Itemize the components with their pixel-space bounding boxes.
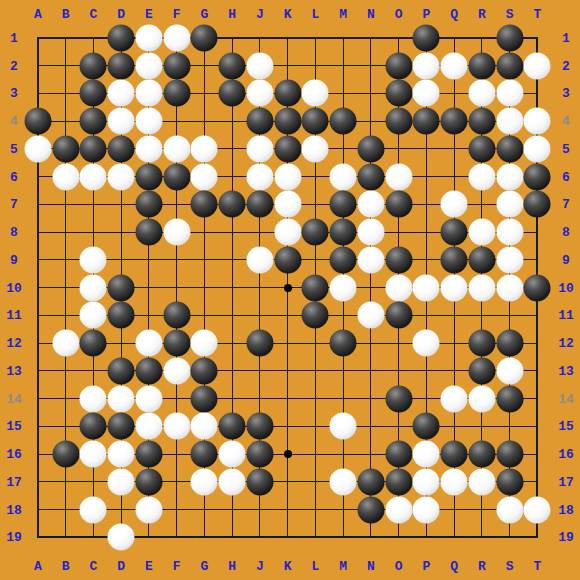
stone-white-R10[interactable] bbox=[468, 274, 495, 301]
stone-black-C2[interactable] bbox=[80, 52, 107, 79]
row-label-left: 2 bbox=[10, 59, 18, 72]
stone-black-H7[interactable] bbox=[219, 191, 246, 218]
stone-black-C4[interactable] bbox=[80, 108, 107, 135]
stone-white-D16[interactable] bbox=[108, 441, 135, 468]
stone-black-M7[interactable] bbox=[330, 191, 357, 218]
star-point-K16 bbox=[284, 450, 292, 458]
stone-white-E1[interactable] bbox=[135, 25, 162, 52]
row-label-right: 19 bbox=[558, 531, 574, 544]
stone-white-B6[interactable] bbox=[52, 163, 79, 190]
stone-white-O6[interactable] bbox=[385, 163, 412, 190]
stone-black-L8[interactable] bbox=[302, 219, 329, 246]
stone-white-L3[interactable] bbox=[302, 80, 329, 107]
stone-black-F12[interactable] bbox=[163, 330, 190, 357]
row-label-left: 7 bbox=[10, 198, 18, 211]
stone-black-F2[interactable] bbox=[163, 52, 190, 79]
stone-white-R3[interactable] bbox=[468, 80, 495, 107]
column-label-top: Q bbox=[450, 8, 458, 21]
stone-white-G5[interactable] bbox=[191, 135, 218, 162]
row-label-right: 18 bbox=[558, 503, 574, 516]
column-label-bottom: P bbox=[423, 560, 431, 573]
row-label-left: 16 bbox=[6, 448, 22, 461]
stone-black-O14[interactable] bbox=[385, 385, 412, 412]
stone-black-O2[interactable] bbox=[385, 52, 412, 79]
stone-white-K7[interactable] bbox=[274, 191, 301, 218]
stone-white-R17[interactable] bbox=[468, 468, 495, 495]
column-label-bottom: T bbox=[533, 560, 541, 573]
column-label-bottom: C bbox=[90, 560, 98, 573]
stone-white-Q14[interactable] bbox=[441, 385, 468, 412]
stone-black-T7[interactable] bbox=[524, 191, 551, 218]
row-label-left: 17 bbox=[6, 475, 22, 488]
stone-white-S13[interactable] bbox=[496, 357, 523, 384]
stone-black-J7[interactable] bbox=[246, 191, 273, 218]
stone-black-O4[interactable] bbox=[385, 108, 412, 135]
stone-white-P3[interactable] bbox=[413, 80, 440, 107]
stone-white-E15[interactable] bbox=[135, 413, 162, 440]
stone-white-M6[interactable] bbox=[330, 163, 357, 190]
row-label-left: 5 bbox=[10, 142, 18, 155]
row-label-left: 15 bbox=[6, 420, 22, 433]
row-label-left: 12 bbox=[6, 337, 22, 350]
column-label-bottom: J bbox=[256, 560, 264, 573]
column-label-top: M bbox=[339, 8, 347, 21]
row-label-right: 11 bbox=[558, 309, 574, 322]
row-label-left: 14 bbox=[6, 392, 22, 405]
stone-white-M15[interactable] bbox=[330, 413, 357, 440]
stone-black-J4[interactable] bbox=[246, 108, 273, 135]
stone-white-F13[interactable] bbox=[163, 357, 190, 384]
row-label-right: 12 bbox=[558, 337, 574, 350]
row-label-left: 3 bbox=[10, 87, 18, 100]
stone-white-J9[interactable] bbox=[246, 246, 273, 273]
stone-black-D13[interactable] bbox=[108, 357, 135, 384]
stone-white-D14[interactable] bbox=[108, 385, 135, 412]
stone-black-S1[interactable] bbox=[496, 25, 523, 52]
stone-white-S6[interactable] bbox=[496, 163, 523, 190]
column-label-top: H bbox=[228, 8, 236, 21]
stone-black-J17[interactable] bbox=[246, 468, 273, 495]
stone-black-R13[interactable] bbox=[468, 357, 495, 384]
stone-black-K3[interactable] bbox=[274, 80, 301, 107]
row-label-left: 18 bbox=[6, 503, 22, 516]
stone-black-M4[interactable] bbox=[330, 108, 357, 135]
stone-black-S5[interactable] bbox=[496, 135, 523, 162]
stone-white-F5[interactable] bbox=[163, 135, 190, 162]
stone-white-F1[interactable] bbox=[163, 25, 190, 52]
stone-black-E16[interactable] bbox=[135, 441, 162, 468]
stone-black-J15[interactable] bbox=[246, 413, 273, 440]
stone-black-A4[interactable] bbox=[25, 108, 52, 135]
stone-black-G14[interactable] bbox=[191, 385, 218, 412]
row-label-left: 6 bbox=[10, 170, 18, 183]
stone-black-G1[interactable] bbox=[191, 25, 218, 52]
column-label-bottom: S bbox=[506, 560, 514, 573]
stone-black-F6[interactable] bbox=[163, 163, 190, 190]
stone-white-S4[interactable] bbox=[496, 108, 523, 135]
stone-black-S16[interactable] bbox=[496, 441, 523, 468]
stone-white-D3[interactable] bbox=[108, 80, 135, 107]
column-label-bottom: F bbox=[173, 560, 181, 573]
stone-white-T5[interactable] bbox=[524, 135, 551, 162]
stone-black-C5[interactable] bbox=[80, 135, 107, 162]
stone-black-C12[interactable] bbox=[80, 330, 107, 357]
stone-black-H3[interactable] bbox=[219, 80, 246, 107]
row-label-right: 16 bbox=[558, 448, 574, 461]
column-label-bottom: N bbox=[367, 560, 375, 573]
stone-white-Q7[interactable] bbox=[441, 191, 468, 218]
stone-white-N8[interactable] bbox=[357, 219, 384, 246]
go-board[interactable]: AABBCCDDEEFFGGHHJJKKLLMMNNOOPPQQRRSSTT11… bbox=[0, 0, 580, 580]
row-label-right: 1 bbox=[562, 32, 570, 45]
stone-white-G12[interactable] bbox=[191, 330, 218, 357]
row-label-right: 13 bbox=[558, 364, 574, 377]
stone-white-S10[interactable] bbox=[496, 274, 523, 301]
star-point-K10 bbox=[284, 284, 292, 292]
stone-black-F11[interactable] bbox=[163, 302, 190, 329]
stone-black-H2[interactable] bbox=[219, 52, 246, 79]
stone-black-P15[interactable] bbox=[413, 413, 440, 440]
stone-black-E8[interactable] bbox=[135, 219, 162, 246]
stone-white-L5[interactable] bbox=[302, 135, 329, 162]
column-label-bottom: D bbox=[117, 560, 125, 573]
stone-white-C14[interactable] bbox=[80, 385, 107, 412]
stone-black-E13[interactable] bbox=[135, 357, 162, 384]
stone-black-N18[interactable] bbox=[357, 496, 384, 523]
stone-white-D6[interactable] bbox=[108, 163, 135, 190]
column-label-bottom: R bbox=[478, 560, 486, 573]
page: { "game": "go", "app": { "description": … bbox=[0, 0, 580, 580]
stone-white-P18[interactable] bbox=[413, 496, 440, 523]
row-label-left: 19 bbox=[6, 531, 22, 544]
row-label-left: 4 bbox=[10, 115, 18, 128]
column-label-top: T bbox=[533, 8, 541, 21]
column-label-top: S bbox=[506, 8, 514, 21]
stone-black-P1[interactable] bbox=[413, 25, 440, 52]
stone-white-T2[interactable] bbox=[524, 52, 551, 79]
stone-white-P17[interactable] bbox=[413, 468, 440, 495]
stone-white-T4[interactable] bbox=[524, 108, 551, 135]
stone-black-T6[interactable] bbox=[524, 163, 551, 190]
column-label-top: K bbox=[284, 8, 292, 21]
stone-white-F8[interactable] bbox=[163, 219, 190, 246]
stone-white-D19[interactable] bbox=[108, 524, 135, 551]
stone-white-E4[interactable] bbox=[135, 108, 162, 135]
stone-white-G6[interactable] bbox=[191, 163, 218, 190]
stone-white-S18[interactable] bbox=[496, 496, 523, 523]
column-label-top: O bbox=[395, 8, 403, 21]
column-label-bottom: G bbox=[201, 560, 209, 573]
stone-white-S8[interactable] bbox=[496, 219, 523, 246]
stone-white-M10[interactable] bbox=[330, 274, 357, 301]
stone-black-D11[interactable] bbox=[108, 302, 135, 329]
row-label-left: 8 bbox=[10, 226, 18, 239]
stone-black-L4[interactable] bbox=[302, 108, 329, 135]
stone-black-R2[interactable] bbox=[468, 52, 495, 79]
stone-white-S9[interactable] bbox=[496, 246, 523, 273]
stone-black-O16[interactable] bbox=[385, 441, 412, 468]
stone-black-H15[interactable] bbox=[219, 413, 246, 440]
stone-white-G15[interactable] bbox=[191, 413, 218, 440]
row-label-right: 10 bbox=[558, 281, 574, 294]
column-label-top: J bbox=[256, 8, 264, 21]
stone-white-J6[interactable] bbox=[246, 163, 273, 190]
stone-black-O9[interactable] bbox=[385, 246, 412, 273]
row-label-left: 13 bbox=[6, 364, 22, 377]
stone-black-R9[interactable] bbox=[468, 246, 495, 273]
stone-black-S14[interactable] bbox=[496, 385, 523, 412]
stone-black-O3[interactable] bbox=[385, 80, 412, 107]
stone-black-K9[interactable] bbox=[274, 246, 301, 273]
stone-white-C18[interactable] bbox=[80, 496, 107, 523]
stone-black-Q8[interactable] bbox=[441, 219, 468, 246]
stone-white-R8[interactable] bbox=[468, 219, 495, 246]
stone-black-M9[interactable] bbox=[330, 246, 357, 273]
stone-black-N6[interactable] bbox=[357, 163, 384, 190]
stone-black-Q9[interactable] bbox=[441, 246, 468, 273]
stone-black-M8[interactable] bbox=[330, 219, 357, 246]
stone-black-R4[interactable] bbox=[468, 108, 495, 135]
row-label-left: 10 bbox=[6, 281, 22, 294]
stone-black-E6[interactable] bbox=[135, 163, 162, 190]
row-label-right: 8 bbox=[562, 226, 570, 239]
column-label-bottom: H bbox=[228, 560, 236, 573]
stone-white-E5[interactable] bbox=[135, 135, 162, 162]
stone-black-F3[interactable] bbox=[163, 80, 190, 107]
stone-white-P12[interactable] bbox=[413, 330, 440, 357]
stone-white-M17[interactable] bbox=[330, 468, 357, 495]
stone-black-R5[interactable] bbox=[468, 135, 495, 162]
column-label-bottom: B bbox=[62, 560, 70, 573]
row-label-right: 17 bbox=[558, 475, 574, 488]
stone-white-Q10[interactable] bbox=[441, 274, 468, 301]
column-label-top: F bbox=[173, 8, 181, 21]
stone-white-O10[interactable] bbox=[385, 274, 412, 301]
stone-black-G13[interactable] bbox=[191, 357, 218, 384]
stone-black-O7[interactable] bbox=[385, 191, 412, 218]
row-label-left: 9 bbox=[10, 253, 18, 266]
stone-black-J12[interactable] bbox=[246, 330, 273, 357]
column-label-top: G bbox=[201, 8, 209, 21]
stone-white-T18[interactable] bbox=[524, 496, 551, 523]
column-label-top: R bbox=[478, 8, 486, 21]
row-label-right: 6 bbox=[562, 170, 570, 183]
column-label-top: L bbox=[312, 8, 320, 21]
stone-white-O18[interactable] bbox=[385, 496, 412, 523]
stone-white-S7[interactable] bbox=[496, 191, 523, 218]
stone-black-P4[interactable] bbox=[413, 108, 440, 135]
row-label-right: 15 bbox=[558, 420, 574, 433]
stone-black-G7[interactable] bbox=[191, 191, 218, 218]
stone-white-E3[interactable] bbox=[135, 80, 162, 107]
stone-black-Q4[interactable] bbox=[441, 108, 468, 135]
stone-white-G17[interactable] bbox=[191, 468, 218, 495]
stone-black-J16[interactable] bbox=[246, 441, 273, 468]
column-label-top: C bbox=[90, 8, 98, 21]
stone-black-D2[interactable] bbox=[108, 52, 135, 79]
stone-white-D17[interactable] bbox=[108, 468, 135, 495]
stone-black-K4[interactable] bbox=[274, 108, 301, 135]
column-label-bottom: K bbox=[284, 560, 292, 573]
stone-black-L11[interactable] bbox=[302, 302, 329, 329]
stone-black-S17[interactable] bbox=[496, 468, 523, 495]
stone-black-D15[interactable] bbox=[108, 413, 135, 440]
stone-white-C10[interactable] bbox=[80, 274, 107, 301]
stone-white-P16[interactable] bbox=[413, 441, 440, 468]
stone-white-F15[interactable] bbox=[163, 413, 190, 440]
row-label-right: 9 bbox=[562, 253, 570, 266]
stone-black-B5[interactable] bbox=[52, 135, 79, 162]
row-label-right: 14 bbox=[558, 392, 574, 405]
stone-black-E7[interactable] bbox=[135, 191, 162, 218]
stone-white-K6[interactable] bbox=[274, 163, 301, 190]
column-label-bottom: L bbox=[312, 560, 320, 573]
stone-white-P10[interactable] bbox=[413, 274, 440, 301]
stone-black-D5[interactable] bbox=[108, 135, 135, 162]
stone-white-J3[interactable] bbox=[246, 80, 273, 107]
column-label-bottom: M bbox=[339, 560, 347, 573]
stone-white-C9[interactable] bbox=[80, 246, 107, 273]
stone-white-C16[interactable] bbox=[80, 441, 107, 468]
stone-white-Q17[interactable] bbox=[441, 468, 468, 495]
stone-black-B16[interactable] bbox=[52, 441, 79, 468]
stone-white-E14[interactable] bbox=[135, 385, 162, 412]
grid-line-horizontal bbox=[37, 509, 538, 510]
stone-black-E17[interactable] bbox=[135, 468, 162, 495]
stone-black-O11[interactable] bbox=[385, 302, 412, 329]
grid-line-horizontal bbox=[37, 343, 538, 344]
stone-black-S12[interactable] bbox=[496, 330, 523, 357]
stone-black-N17[interactable] bbox=[357, 468, 384, 495]
stone-white-E12[interactable] bbox=[135, 330, 162, 357]
stone-white-C6[interactable] bbox=[80, 163, 107, 190]
stone-white-R6[interactable] bbox=[468, 163, 495, 190]
stone-black-N5[interactable] bbox=[357, 135, 384, 162]
stone-black-G16[interactable] bbox=[191, 441, 218, 468]
row-label-right: 7 bbox=[562, 198, 570, 211]
stone-black-C3[interactable] bbox=[80, 80, 107, 107]
row-label-right: 3 bbox=[562, 87, 570, 100]
row-label-right: 4 bbox=[562, 115, 570, 128]
stone-black-R16[interactable] bbox=[468, 441, 495, 468]
stone-white-S3[interactable] bbox=[496, 80, 523, 107]
stone-white-N9[interactable] bbox=[357, 246, 384, 273]
row-label-left: 11 bbox=[6, 309, 22, 322]
stone-white-K8[interactable] bbox=[274, 219, 301, 246]
stone-white-C11[interactable] bbox=[80, 302, 107, 329]
column-label-top: D bbox=[117, 8, 125, 21]
stone-white-D4[interactable] bbox=[108, 108, 135, 135]
column-label-bottom: A bbox=[34, 560, 42, 573]
row-label-right: 2 bbox=[562, 59, 570, 72]
row-label-left: 1 bbox=[10, 32, 18, 45]
stone-black-D1[interactable] bbox=[108, 25, 135, 52]
stone-black-D10[interactable] bbox=[108, 274, 135, 301]
stone-white-R14[interactable] bbox=[468, 385, 495, 412]
stone-white-J5[interactable] bbox=[246, 135, 273, 162]
row-label-right: 5 bbox=[562, 142, 570, 155]
stone-black-K5[interactable] bbox=[274, 135, 301, 162]
column-label-bottom: Q bbox=[450, 560, 458, 573]
stone-white-N11[interactable] bbox=[357, 302, 384, 329]
stone-white-P2[interactable] bbox=[413, 52, 440, 79]
stone-black-R12[interactable] bbox=[468, 330, 495, 357]
column-label-top: E bbox=[145, 8, 153, 21]
column-label-top: A bbox=[34, 8, 42, 21]
stone-black-O17[interactable] bbox=[385, 468, 412, 495]
column-label-top: N bbox=[367, 8, 375, 21]
stone-white-H17[interactable] bbox=[219, 468, 246, 495]
grid-line-vertical bbox=[370, 37, 371, 538]
stone-white-N7[interactable] bbox=[357, 191, 384, 218]
stone-white-E18[interactable] bbox=[135, 496, 162, 523]
stone-white-E2[interactable] bbox=[135, 52, 162, 79]
column-label-top: B bbox=[62, 8, 70, 21]
stone-black-M12[interactable] bbox=[330, 330, 357, 357]
stone-black-T10[interactable] bbox=[524, 274, 551, 301]
stone-white-B12[interactable] bbox=[52, 330, 79, 357]
stone-white-H16[interactable] bbox=[219, 441, 246, 468]
stone-white-J2[interactable] bbox=[246, 52, 273, 79]
stone-white-Q2[interactable] bbox=[441, 52, 468, 79]
stone-black-C15[interactable] bbox=[80, 413, 107, 440]
column-label-top: P bbox=[423, 8, 431, 21]
column-label-bottom: O bbox=[395, 560, 403, 573]
stone-black-Q16[interactable] bbox=[441, 441, 468, 468]
stone-black-S2[interactable] bbox=[496, 52, 523, 79]
column-label-bottom: E bbox=[145, 560, 153, 573]
stone-black-L10[interactable] bbox=[302, 274, 329, 301]
stone-white-A5[interactable] bbox=[25, 135, 52, 162]
